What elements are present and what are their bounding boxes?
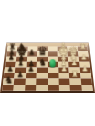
chess-board: ♜♞♝♜♟♚♟♛♚♛♟♟♟♞♟♝♟♞♝♟♟♟♟♟♟♜♞	[0, 43, 95, 93]
green-highlight-marker	[50, 59, 57, 67]
black-queen-piece: ♛	[37, 45, 48, 57]
white-pawn-piece: ♟	[71, 60, 78, 67]
photo-scene: ♜♞♝♜♟♚♟♛♚♛♟♟♟♞♟♝♟♞♝♟♟♟♟♟♟♜♞	[0, 0, 95, 93]
board-square	[36, 85, 47, 91]
board-square: ♜	[69, 73, 80, 79]
black-pawn-piece: ♟	[29, 49, 35, 56]
black-knight-piece: ♞	[4, 75, 13, 85]
board-square: ♟	[58, 67, 69, 73]
black-pawn-piece: ♟	[6, 65, 13, 73]
black-pawn-piece: ♟	[8, 54, 15, 61]
board-square: ♞	[37, 62, 48, 67]
board-square: ♝	[16, 62, 27, 67]
white-pawn-piece: ♟	[60, 65, 67, 73]
board-square	[14, 85, 26, 91]
board-square	[25, 85, 36, 91]
board-square	[59, 85, 70, 91]
white-rook-piece: ♜	[79, 43, 86, 51]
board-square: ♛	[37, 51, 47, 56]
board-square	[2, 85, 14, 91]
board-square	[48, 85, 59, 91]
white-rook-piece: ♜	[71, 70, 79, 79]
white-pawn-piece: ♟	[81, 54, 88, 61]
black-pawn-piece: ♟	[28, 65, 35, 73]
black-pawn-piece: ♟	[17, 71, 24, 79]
chess-set-photo[interactable]: ♜♞♝♜♟♚♟♛♚♛♟♟♟♞♟♝♟♞♝♟♟♟♟♟♟♜♞	[0, 0, 95, 126]
white-pawn-piece: ♟	[82, 65, 89, 73]
black-knight-piece: ♞	[38, 58, 46, 67]
black-bishop-piece: ♝	[16, 57, 25, 67]
board-square	[81, 85, 93, 91]
board-square	[70, 85, 82, 91]
board-square: ♞	[3, 79, 15, 85]
